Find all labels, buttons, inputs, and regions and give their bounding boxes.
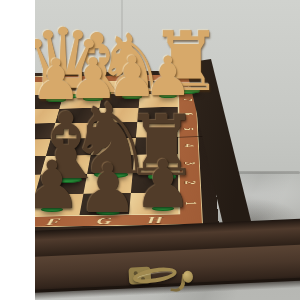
bishop-glyph: ♝ <box>35 88 112 180</box>
light-queen-e8: ♛ <box>35 4 109 96</box>
light-pawn-g7: ♟ <box>104 41 160 97</box>
green-felt-base <box>117 89 144 95</box>
green-felt-base <box>47 92 78 99</box>
rook-glyph: ♜ <box>120 93 204 177</box>
green-felt-base <box>50 176 81 183</box>
knight-glyph: ♞ <box>91 13 171 93</box>
dark-pawn-f1: ♟ <box>35 144 85 210</box>
pawn-glyph: ♟ <box>130 143 196 209</box>
green-felt-base <box>83 90 111 96</box>
rook-glyph: ♜ <box>145 10 227 92</box>
dark-knight-g2: ♞ <box>62 77 160 175</box>
queen-glyph: ♛ <box>35 4 109 96</box>
pawn-glyph: ♟ <box>65 43 121 99</box>
green-felt-base <box>94 171 127 178</box>
pawn-glyph: ♟ <box>74 145 142 213</box>
green-felt-base <box>152 206 174 211</box>
dark-pawn-h1: ♟ <box>130 143 196 209</box>
knight-glyph: ♞ <box>62 77 160 175</box>
green-felt-base <box>41 207 63 212</box>
dark-pawn-g1: ♟ <box>74 145 142 213</box>
pawn-glyph: ♟ <box>35 44 84 100</box>
light-pawn-h7: ♟ <box>141 42 195 96</box>
chess-set-photo: ABCDEFGH 87654321 ♜♞♝♛♟♟♟♟♞♜♝♟♟♟ <box>0 0 300 300</box>
green-felt-base <box>159 94 177 98</box>
green-felt-base <box>46 97 65 101</box>
green-felt-base <box>83 96 102 100</box>
dark-rook-h2: ♜ <box>120 93 204 177</box>
green-felt-base <box>122 94 141 98</box>
green-felt-base <box>172 88 200 94</box>
light-rook-h8: ♜ <box>145 10 227 92</box>
green-felt-base <box>96 210 119 215</box>
green-felt-base <box>148 173 177 179</box>
light-pawn-e7: ♟ <box>35 44 84 100</box>
image-left-margin <box>0 0 35 300</box>
light-knight-g8: ♞ <box>91 13 171 93</box>
bishop-glyph: ♝ <box>56 12 138 94</box>
pawn-glyph: ♟ <box>141 42 195 96</box>
light-bishop-f8: ♝ <box>56 12 138 94</box>
dark-bishop-f2: ♝ <box>35 88 112 180</box>
pieces-layer: ♜♞♝♛♟♟♟♟♞♜♝♟♟♟ <box>35 0 300 300</box>
pawn-glyph: ♟ <box>104 41 160 97</box>
pawn-glyph: ♟ <box>35 144 85 210</box>
photo-area: ABCDEFGH 87654321 ♜♞♝♛♟♟♟♟♞♜♝♟♟♟ <box>35 0 300 300</box>
light-pawn-f7: ♟ <box>65 43 121 99</box>
